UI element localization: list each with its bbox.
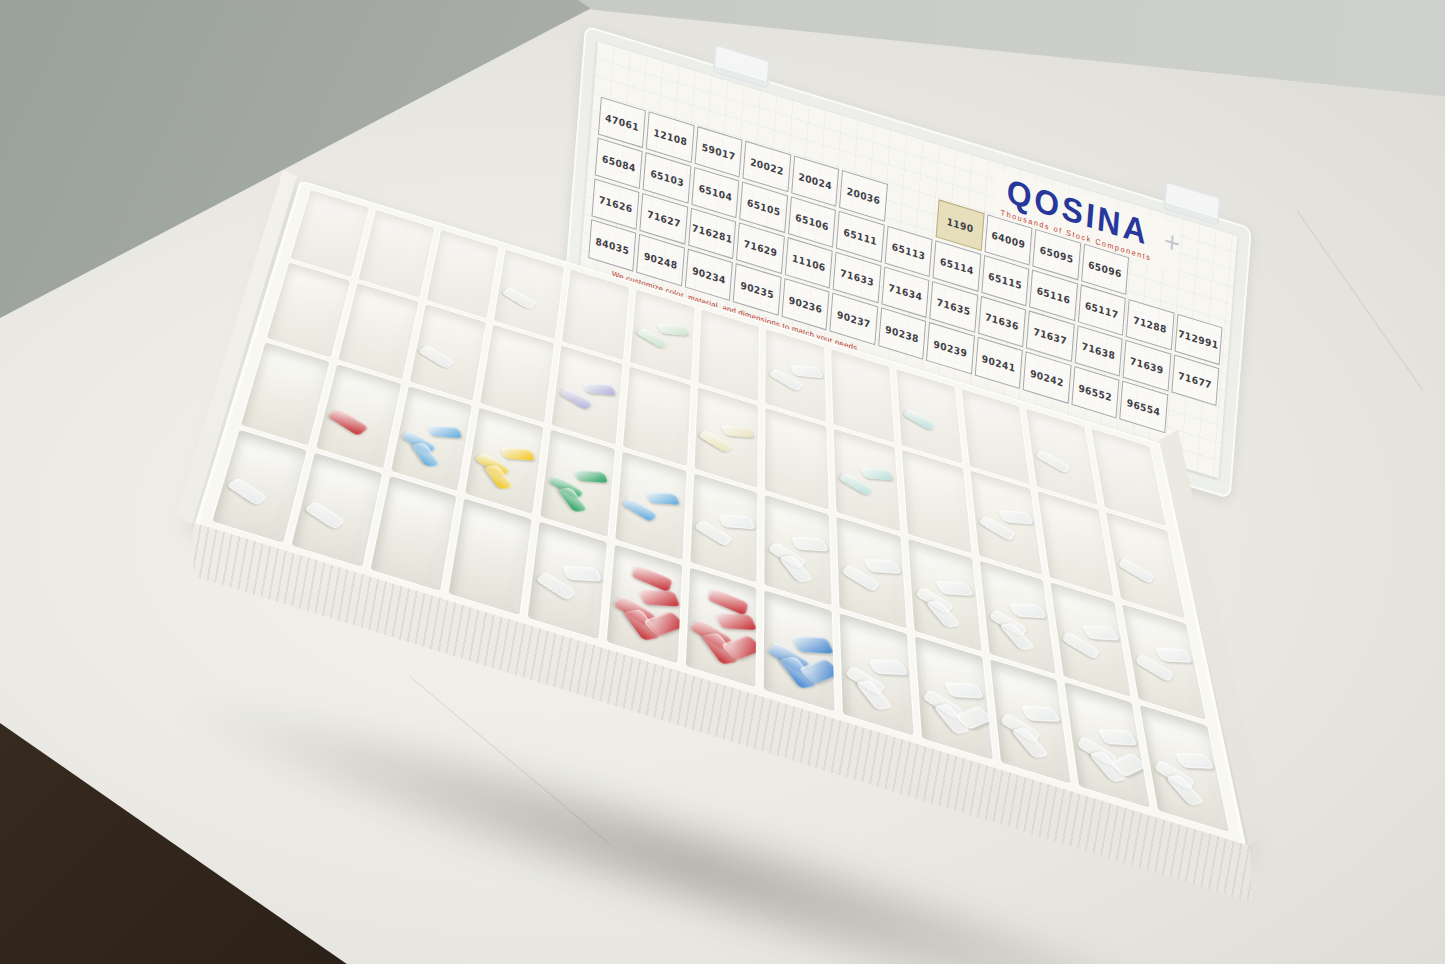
compartment — [908, 538, 982, 651]
compartment — [837, 516, 907, 628]
part-piece-clear — [501, 287, 537, 310]
part-piece-skyblue — [645, 492, 681, 506]
compartment — [1051, 582, 1131, 697]
part-piece-clear — [1081, 625, 1120, 640]
compartment — [764, 590, 835, 712]
part-piece-clear — [863, 558, 902, 573]
compartment — [212, 429, 307, 542]
part-piece-yellow — [500, 447, 535, 460]
compartment — [267, 262, 350, 357]
part-piece-clear — [1118, 557, 1155, 584]
part-piece-clear — [418, 344, 456, 369]
milky-plastic-haze — [1140, 705, 1229, 832]
part-piece-clear — [1097, 729, 1138, 745]
compartment — [990, 659, 1072, 784]
milky-plastic-haze — [480, 325, 554, 423]
compartment — [480, 325, 554, 423]
part-piece-red — [714, 613, 757, 631]
compartment — [694, 387, 759, 487]
compartment — [449, 498, 532, 615]
milky-plastic-haze — [212, 429, 307, 542]
part-piece-clear — [1011, 727, 1050, 758]
milky-plastic-haze — [358, 210, 434, 298]
compartment — [316, 364, 401, 468]
compartment — [630, 289, 694, 381]
compartment — [840, 613, 914, 736]
milky-plastic-haze — [290, 190, 369, 277]
milky-plastic-haze — [902, 450, 972, 553]
product-photo-scene: QOSINA Thousands of Stock Components + 4… — [0, 0, 1445, 964]
part-piece-clear — [226, 477, 268, 506]
compartment — [426, 230, 499, 319]
part-piece-clear — [790, 536, 829, 551]
part-piece-lavender — [582, 383, 616, 396]
part-piece-red — [707, 587, 748, 616]
part-piece-greenish — [657, 324, 689, 336]
compartment — [291, 452, 382, 567]
table-scratch — [1296, 210, 1423, 391]
compartment — [562, 269, 629, 360]
part-piece-clear — [1173, 753, 1214, 770]
part-piece-skyblue — [410, 443, 440, 467]
milky-plastic-haze — [1091, 429, 1166, 527]
part-piece-yellow — [484, 465, 514, 489]
part-piece-green — [573, 469, 608, 483]
part-piece-green — [558, 488, 589, 513]
compartment — [915, 636, 993, 760]
part-piece-clear — [1036, 449, 1071, 473]
part-piece-skyblue — [427, 425, 462, 438]
part-piece-red — [631, 564, 673, 593]
compartment — [1122, 604, 1206, 720]
part-piece-red — [638, 589, 681, 607]
part-piece-clear — [562, 566, 602, 582]
compartment — [765, 408, 829, 509]
compartment — [902, 450, 972, 553]
milky-plastic-haze — [426, 230, 499, 319]
compartment — [834, 429, 901, 531]
part-piece-red — [327, 407, 370, 436]
compartment — [370, 475, 457, 591]
compartment — [615, 451, 686, 560]
plus-icon: + — [1163, 224, 1181, 261]
compartment — [552, 346, 623, 445]
compartment — [970, 471, 1043, 575]
compartment — [896, 369, 962, 464]
part-piece-clear — [856, 680, 894, 711]
milky-plastic-haze — [698, 309, 760, 401]
milky-plastic-haze — [370, 475, 457, 591]
compartment — [540, 429, 615, 537]
compartment — [465, 407, 543, 514]
milky-plastic-haze — [241, 342, 330, 445]
compartment — [1140, 705, 1229, 832]
part-piece-aqua — [902, 409, 935, 431]
milky-plastic-haze — [623, 366, 691, 465]
part-piece-clear — [999, 622, 1036, 650]
compartment — [1038, 491, 1114, 596]
compartment — [623, 366, 691, 465]
compartment — [766, 329, 827, 422]
part-piece-clear — [868, 659, 909, 675]
milky-plastic-haze — [1106, 512, 1185, 618]
compartment — [358, 210, 434, 298]
compartment — [290, 190, 369, 277]
compartment — [765, 495, 832, 606]
compartment — [409, 304, 486, 401]
part-piece-clear — [925, 600, 961, 628]
part-piece-clear — [1020, 706, 1061, 722]
part-piece-clear — [304, 501, 346, 530]
compartment — [241, 342, 330, 445]
compartment — [338, 283, 418, 379]
compartment — [494, 250, 564, 340]
part-piece-clear — [789, 364, 824, 378]
part-piece-clear — [718, 514, 756, 529]
compartment — [698, 309, 760, 401]
part-piece-clear — [778, 555, 813, 582]
milky-plastic-haze — [449, 498, 532, 615]
compartment — [391, 386, 473, 491]
milky-plastic-haze — [765, 408, 829, 509]
part-piece-blue — [791, 636, 835, 654]
part-piece-clear — [997, 510, 1034, 525]
compartment — [528, 521, 607, 639]
part-piece-clear — [1008, 603, 1047, 618]
compartment — [979, 560, 1056, 674]
part-piece-clear — [944, 682, 985, 698]
part-piece-paleyellow — [721, 425, 755, 438]
compartment — [685, 567, 757, 687]
part-piece-aqua — [859, 467, 893, 480]
milky-plastic-haze — [338, 283, 418, 379]
compartment — [1106, 512, 1185, 618]
milky-plastic-haze — [562, 269, 629, 360]
compartment — [831, 349, 894, 443]
milky-plastic-haze — [291, 452, 382, 567]
milky-plastic-haze — [1122, 604, 1206, 720]
compartment — [606, 544, 681, 663]
part-piece-clear — [936, 581, 975, 596]
milky-plastic-haze — [831, 349, 894, 443]
compartment — [1065, 682, 1150, 808]
milky-plastic-haze — [1038, 491, 1114, 596]
compartment — [690, 473, 758, 583]
compartment — [1091, 429, 1166, 527]
part-piece-clear — [1154, 647, 1193, 663]
milky-plastic-haze — [267, 262, 350, 357]
